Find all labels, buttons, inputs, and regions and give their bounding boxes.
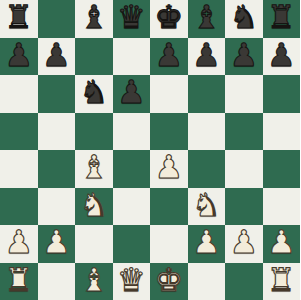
piece-white-pawn[interactable]: ♟ bbox=[229, 225, 258, 261]
square-f2[interactable]: ♟ bbox=[188, 225, 226, 263]
piece-black-pawn[interactable]: ♟ bbox=[267, 38, 296, 74]
square-e6[interactable] bbox=[150, 75, 188, 113]
square-c7[interactable] bbox=[75, 38, 113, 76]
piece-white-bishop[interactable]: ♝ bbox=[79, 150, 108, 186]
piece-white-pawn[interactable]: ♟ bbox=[267, 225, 296, 261]
square-e7[interactable]: ♟ bbox=[150, 38, 188, 76]
piece-black-pawn[interactable]: ♟ bbox=[42, 38, 71, 74]
square-e4[interactable]: ♟ bbox=[150, 150, 188, 188]
square-a7[interactable]: ♟ bbox=[0, 38, 38, 76]
square-h3[interactable] bbox=[263, 188, 301, 226]
square-c8[interactable]: ♝ bbox=[75, 0, 113, 38]
square-g8[interactable]: ♞ bbox=[225, 0, 263, 38]
square-f4[interactable] bbox=[188, 150, 226, 188]
square-a2[interactable]: ♟ bbox=[0, 225, 38, 263]
piece-white-rook[interactable]: ♜ bbox=[267, 263, 296, 299]
piece-black-rook[interactable]: ♜ bbox=[267, 0, 296, 36]
square-f7[interactable]: ♟ bbox=[188, 38, 226, 76]
square-d6[interactable]: ♟ bbox=[113, 75, 151, 113]
square-b4[interactable] bbox=[38, 150, 76, 188]
square-f6[interactable] bbox=[188, 75, 226, 113]
piece-black-king[interactable]: ♚ bbox=[154, 0, 183, 36]
piece-black-bishop[interactable]: ♝ bbox=[79, 0, 108, 36]
square-c6[interactable]: ♞ bbox=[75, 75, 113, 113]
square-c2[interactable] bbox=[75, 225, 113, 263]
square-b6[interactable] bbox=[38, 75, 76, 113]
square-h1[interactable]: ♜ bbox=[263, 263, 301, 300]
piece-black-knight[interactable]: ♞ bbox=[79, 75, 108, 111]
square-e2[interactable] bbox=[150, 225, 188, 263]
square-a6[interactable] bbox=[0, 75, 38, 113]
square-a5[interactable] bbox=[0, 113, 38, 151]
piece-black-pawn[interactable]: ♟ bbox=[154, 38, 183, 74]
piece-white-knight[interactable]: ♞ bbox=[79, 188, 108, 224]
chess-board: ♜♝♛♚♝♞♜♟♟♟♟♟♟♞♟♝♟♞♞♟♟♟♟♟♜♝♛♚♜ bbox=[0, 0, 300, 300]
square-a4[interactable] bbox=[0, 150, 38, 188]
square-g4[interactable] bbox=[225, 150, 263, 188]
piece-black-pawn[interactable]: ♟ bbox=[4, 38, 33, 74]
square-g5[interactable] bbox=[225, 113, 263, 151]
square-d8[interactable]: ♛ bbox=[113, 0, 151, 38]
square-f5[interactable] bbox=[188, 113, 226, 151]
square-g3[interactable] bbox=[225, 188, 263, 226]
square-e3[interactable] bbox=[150, 188, 188, 226]
piece-white-pawn[interactable]: ♟ bbox=[192, 225, 221, 261]
square-d1[interactable]: ♛ bbox=[113, 263, 151, 300]
piece-white-pawn[interactable]: ♟ bbox=[154, 150, 183, 186]
square-e5[interactable] bbox=[150, 113, 188, 151]
piece-black-pawn[interactable]: ♟ bbox=[229, 38, 258, 74]
square-d2[interactable] bbox=[113, 225, 151, 263]
square-h5[interactable] bbox=[263, 113, 301, 151]
square-a8[interactable]: ♜ bbox=[0, 0, 38, 38]
square-e8[interactable]: ♚ bbox=[150, 0, 188, 38]
square-b8[interactable] bbox=[38, 0, 76, 38]
square-g1[interactable] bbox=[225, 263, 263, 300]
square-h2[interactable]: ♟ bbox=[263, 225, 301, 263]
piece-white-queen[interactable]: ♛ bbox=[117, 263, 146, 299]
square-h6[interactable] bbox=[263, 75, 301, 113]
square-c4[interactable]: ♝ bbox=[75, 150, 113, 188]
square-g6[interactable] bbox=[225, 75, 263, 113]
square-e1[interactable]: ♚ bbox=[150, 263, 188, 300]
piece-white-king[interactable]: ♚ bbox=[154, 263, 183, 299]
piece-white-bishop[interactable]: ♝ bbox=[79, 263, 108, 299]
piece-black-rook[interactable]: ♜ bbox=[4, 0, 33, 36]
piece-black-queen[interactable]: ♛ bbox=[117, 0, 146, 36]
piece-black-knight[interactable]: ♞ bbox=[229, 0, 258, 36]
piece-black-bishop[interactable]: ♝ bbox=[192, 0, 221, 36]
square-h7[interactable]: ♟ bbox=[263, 38, 301, 76]
square-b3[interactable] bbox=[38, 188, 76, 226]
piece-white-pawn[interactable]: ♟ bbox=[4, 225, 33, 261]
square-f1[interactable] bbox=[188, 263, 226, 300]
square-b5[interactable] bbox=[38, 113, 76, 151]
square-b1[interactable] bbox=[38, 263, 76, 300]
square-g7[interactable]: ♟ bbox=[225, 38, 263, 76]
square-b7[interactable]: ♟ bbox=[38, 38, 76, 76]
piece-white-knight[interactable]: ♞ bbox=[192, 188, 221, 224]
piece-white-rook[interactable]: ♜ bbox=[4, 263, 33, 299]
square-f3[interactable]: ♞ bbox=[188, 188, 226, 226]
square-a3[interactable] bbox=[0, 188, 38, 226]
square-d5[interactable] bbox=[113, 113, 151, 151]
square-c1[interactable]: ♝ bbox=[75, 263, 113, 300]
square-c5[interactable] bbox=[75, 113, 113, 151]
piece-white-pawn[interactable]: ♟ bbox=[42, 225, 71, 261]
piece-black-pawn[interactable]: ♟ bbox=[117, 75, 146, 111]
square-b2[interactable]: ♟ bbox=[38, 225, 76, 263]
square-g2[interactable]: ♟ bbox=[225, 225, 263, 263]
square-d3[interactable] bbox=[113, 188, 151, 226]
square-h4[interactable] bbox=[263, 150, 301, 188]
square-a1[interactable]: ♜ bbox=[0, 263, 38, 300]
square-h8[interactable]: ♜ bbox=[263, 0, 301, 38]
square-f8[interactable]: ♝ bbox=[188, 0, 226, 38]
square-c3[interactable]: ♞ bbox=[75, 188, 113, 226]
piece-black-pawn[interactable]: ♟ bbox=[192, 38, 221, 74]
square-d7[interactable] bbox=[113, 38, 151, 76]
square-d4[interactable] bbox=[113, 150, 151, 188]
